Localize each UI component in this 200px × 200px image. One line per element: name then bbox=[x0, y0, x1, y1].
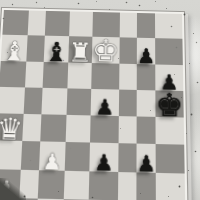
square-h7[interactable] bbox=[155, 38, 183, 64]
piece-black-bishop[interactable]: ♝ bbox=[44, 40, 69, 63]
piece-white-king[interactable]: ♚ bbox=[92, 38, 120, 64]
square-a7[interactable]: ♝ bbox=[1, 35, 28, 61]
square-b5[interactable] bbox=[24, 87, 43, 114]
square-c7[interactable]: ♝ bbox=[44, 36, 69, 62]
square-a8[interactable] bbox=[2, 10, 29, 35]
square-h8[interactable] bbox=[155, 13, 182, 39]
square-g5[interactable] bbox=[137, 90, 156, 117]
chess-board: ♝♝♜♚♟♟♟♚♛♟♟♟♟♞ bbox=[0, 8, 188, 200]
square-d1[interactable] bbox=[62, 199, 88, 200]
square-d2[interactable] bbox=[63, 170, 89, 199]
square-h5[interactable]: ♚ bbox=[155, 90, 183, 118]
square-f3[interactable] bbox=[118, 144, 137, 172]
square-c8[interactable] bbox=[45, 11, 69, 36]
piece-black-pawn[interactable]: ♟ bbox=[95, 99, 114, 118]
piece-black-pawn[interactable]: ♟ bbox=[94, 153, 113, 172]
square-d3[interactable] bbox=[64, 142, 90, 170]
square-f7[interactable] bbox=[119, 37, 137, 63]
square-d5[interactable] bbox=[66, 88, 91, 116]
square-b3[interactable] bbox=[21, 142, 41, 170]
square-f6[interactable] bbox=[119, 63, 137, 89]
square-a4[interactable]: ♛ bbox=[0, 114, 24, 142]
square-g4[interactable] bbox=[137, 117, 156, 145]
square-b8[interactable] bbox=[28, 11, 47, 36]
piece-black-pawn[interactable]: ♟ bbox=[137, 47, 155, 65]
square-d8[interactable] bbox=[69, 11, 93, 36]
piece-white-queen[interactable]: ♛ bbox=[0, 116, 24, 142]
square-e3[interactable]: ♟ bbox=[89, 143, 118, 172]
square-d7[interactable]: ♜ bbox=[68, 36, 92, 62]
square-h3[interactable] bbox=[156, 145, 185, 174]
square-f8[interactable] bbox=[120, 13, 138, 38]
piece-black-pawn[interactable]: ♟ bbox=[137, 154, 156, 173]
piece-white-bishop[interactable]: ♝ bbox=[2, 39, 27, 62]
piece-white-pawn[interactable]: ♟ bbox=[42, 152, 62, 171]
square-e7[interactable]: ♚ bbox=[92, 37, 120, 63]
square-f2[interactable] bbox=[118, 172, 137, 200]
square-b6[interactable] bbox=[25, 61, 44, 87]
square-c5[interactable] bbox=[42, 88, 67, 116]
square-b7[interactable] bbox=[26, 35, 45, 61]
corner-shadow bbox=[0, 178, 26, 200]
square-f4[interactable] bbox=[118, 116, 136, 144]
square-b4[interactable] bbox=[22, 114, 41, 142]
square-c4[interactable] bbox=[41, 115, 67, 143]
piece-white-rook[interactable]: ♜ bbox=[68, 41, 92, 64]
chessboard-photo: ♝♝♜♚♟♟♟♚♛♟♟♟♟♞ bbox=[0, 0, 200, 200]
square-g8[interactable] bbox=[137, 13, 155, 38]
square-c1[interactable] bbox=[37, 198, 64, 200]
square-h2[interactable] bbox=[156, 172, 185, 200]
square-g7[interactable]: ♟ bbox=[137, 38, 155, 64]
square-c3[interactable]: ♟ bbox=[39, 142, 65, 170]
square-e5[interactable]: ♟ bbox=[91, 89, 119, 117]
square-d4[interactable] bbox=[65, 115, 90, 143]
square-g3[interactable]: ♟ bbox=[137, 144, 156, 172]
square-f5[interactable] bbox=[119, 89, 137, 116]
board-perspective-wrap: ♝♝♜♚♟♟♟♚♛♟♟♟♟♞ bbox=[2, 10, 184, 200]
piece-black-king[interactable]: ♚ bbox=[155, 91, 183, 119]
